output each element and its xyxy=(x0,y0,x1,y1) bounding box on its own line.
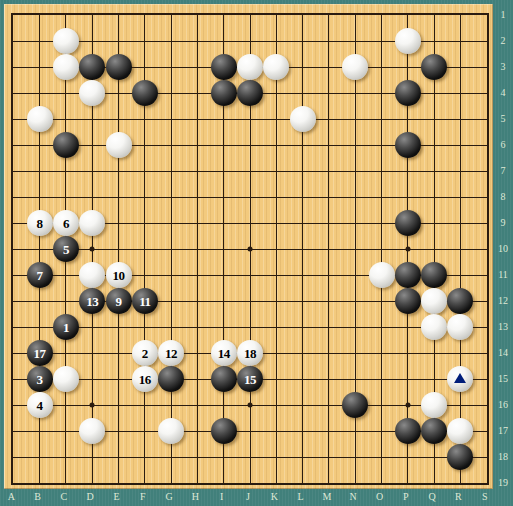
col-label-N: N xyxy=(350,492,357,502)
stone-black-I15[interactable] xyxy=(211,366,237,392)
stone-black-R12[interactable] xyxy=(447,288,473,314)
stone-black-Q11[interactable] xyxy=(421,262,447,288)
stone-black-B11[interactable]: 7 xyxy=(27,262,53,288)
row-label-17: 17 xyxy=(498,426,508,436)
col-label-A: A xyxy=(8,492,15,502)
stone-white-E11[interactable]: 10 xyxy=(106,262,132,288)
stone-black-C10[interactable]: 5 xyxy=(53,236,79,262)
stone-white-R17[interactable] xyxy=(447,418,473,444)
stone-black-C6[interactable] xyxy=(53,132,79,158)
stone-black-I4[interactable] xyxy=(211,80,237,106)
row-label-12: 12 xyxy=(498,296,508,306)
star-point xyxy=(405,247,410,252)
stone-black-I17[interactable] xyxy=(211,418,237,444)
col-label-O: O xyxy=(376,492,383,502)
move-number: 13 xyxy=(86,295,98,308)
row-label-8: 8 xyxy=(501,192,506,202)
stone-white-N3[interactable] xyxy=(342,54,368,80)
stone-white-C2[interactable] xyxy=(53,28,79,54)
stone-white-R13[interactable] xyxy=(447,314,473,340)
stone-white-E6[interactable] xyxy=(106,132,132,158)
move-number: 16 xyxy=(139,373,151,386)
move-number: 9 xyxy=(116,295,122,308)
stone-white-Q16[interactable] xyxy=(421,392,447,418)
stone-black-F12[interactable]: 11 xyxy=(132,288,158,314)
col-label-L: L xyxy=(298,492,304,502)
row-label-2: 2 xyxy=(501,36,506,46)
move-number: 4 xyxy=(37,399,43,412)
move-number: 2 xyxy=(142,347,148,360)
stone-black-Q17[interactable] xyxy=(421,418,447,444)
stone-black-D3[interactable] xyxy=(79,54,105,80)
stone-black-N16[interactable] xyxy=(342,392,368,418)
row-label-18: 18 xyxy=(498,452,508,462)
row-label-9: 9 xyxy=(501,218,506,228)
stone-black-P17[interactable] xyxy=(395,418,421,444)
stone-black-G15[interactable] xyxy=(158,366,184,392)
row-label-14: 14 xyxy=(498,348,508,358)
stone-black-P6[interactable] xyxy=(395,132,421,158)
stone-black-E12[interactable]: 9 xyxy=(106,288,132,314)
grid-line xyxy=(460,15,461,483)
col-label-P: P xyxy=(403,492,409,502)
move-number: 12 xyxy=(165,347,177,360)
go-board-frame: 865710139111172121418316154 123456789101… xyxy=(0,0,513,506)
col-label-I: I xyxy=(220,492,223,502)
star-point xyxy=(90,403,95,408)
star-point xyxy=(405,403,410,408)
row-label-7: 7 xyxy=(501,166,506,176)
stone-black-P11[interactable] xyxy=(395,262,421,288)
row-label-15: 15 xyxy=(498,374,508,384)
stone-black-R18[interactable] xyxy=(447,444,473,470)
row-label-19: 19 xyxy=(498,478,508,488)
stone-white-C3[interactable] xyxy=(53,54,79,80)
col-label-H: H xyxy=(192,492,199,502)
grid-line xyxy=(302,15,303,483)
grid-line xyxy=(13,457,486,458)
col-label-S: S xyxy=(482,492,488,502)
row-label-5: 5 xyxy=(501,114,506,124)
stone-black-Q3[interactable] xyxy=(421,54,447,80)
col-label-G: G xyxy=(165,492,172,502)
stone-black-I3[interactable] xyxy=(211,54,237,80)
stone-white-B16[interactable]: 4 xyxy=(27,392,53,418)
move-number: 18 xyxy=(244,347,256,360)
col-label-K: K xyxy=(271,492,278,502)
stone-black-F4[interactable] xyxy=(132,80,158,106)
stone-black-J15[interactable]: 15 xyxy=(237,366,263,392)
col-label-F: F xyxy=(140,492,146,502)
col-label-Q: Q xyxy=(428,492,435,502)
stone-white-J14[interactable]: 18 xyxy=(237,340,263,366)
stone-white-G17[interactable] xyxy=(158,418,184,444)
row-label-1: 1 xyxy=(501,10,506,20)
stone-white-B5[interactable] xyxy=(27,106,53,132)
row-label-6: 6 xyxy=(501,140,506,150)
move-number: 14 xyxy=(218,347,230,360)
col-label-D: D xyxy=(87,492,94,502)
row-label-10: 10 xyxy=(498,244,508,254)
col-label-M: M xyxy=(322,492,331,502)
stone-black-P9[interactable] xyxy=(395,210,421,236)
stone-black-P4[interactable] xyxy=(395,80,421,106)
stone-white-I14[interactable]: 14 xyxy=(211,340,237,366)
row-label-13: 13 xyxy=(498,322,508,332)
move-number: 6 xyxy=(63,217,69,230)
col-label-C: C xyxy=(61,492,68,502)
star-point xyxy=(90,247,95,252)
stone-white-K3[interactable] xyxy=(263,54,289,80)
star-point xyxy=(248,247,253,252)
move-number: 11 xyxy=(139,295,150,308)
stone-black-P12[interactable] xyxy=(395,288,421,314)
move-number: 3 xyxy=(37,373,43,386)
stone-white-F15[interactable]: 16 xyxy=(132,366,158,392)
stone-white-Q12[interactable] xyxy=(421,288,447,314)
stone-white-G14[interactable]: 12 xyxy=(158,340,184,366)
grid-line xyxy=(276,15,277,483)
stone-white-D17[interactable] xyxy=(79,418,105,444)
row-label-11: 11 xyxy=(498,270,508,280)
grid-line xyxy=(381,15,382,483)
stone-white-F14[interactable]: 2 xyxy=(132,340,158,366)
move-number: 8 xyxy=(37,217,43,230)
stone-white-L5[interactable] xyxy=(290,106,316,132)
stone-white-O11[interactable] xyxy=(369,262,395,288)
row-label-3: 3 xyxy=(501,62,506,72)
stone-black-B14[interactable]: 17 xyxy=(27,340,53,366)
stone-white-Q13[interactable] xyxy=(421,314,447,340)
stone-white-B9[interactable]: 8 xyxy=(27,210,53,236)
move-number: 17 xyxy=(34,347,46,360)
col-label-R: R xyxy=(455,492,462,502)
col-label-E: E xyxy=(113,492,119,502)
row-label-16: 16 xyxy=(498,400,508,410)
move-number: 10 xyxy=(113,269,125,282)
stone-black-E3[interactable] xyxy=(106,54,132,80)
stone-white-D4[interactable] xyxy=(79,80,105,106)
stone-black-B15[interactable]: 3 xyxy=(27,366,53,392)
stone-white-D9[interactable] xyxy=(79,210,105,236)
stone-white-C9[interactable]: 6 xyxy=(53,210,79,236)
move-number: 15 xyxy=(244,373,256,386)
move-number: 1 xyxy=(63,321,69,334)
stone-white-J3[interactable] xyxy=(237,54,263,80)
move-number: 7 xyxy=(37,269,43,282)
stone-white-P2[interactable] xyxy=(395,28,421,54)
stone-black-J4[interactable] xyxy=(237,80,263,106)
star-point xyxy=(248,403,253,408)
col-label-B: B xyxy=(34,492,41,502)
row-label-4: 4 xyxy=(501,88,506,98)
col-label-J: J xyxy=(246,492,250,502)
stone-black-C13[interactable]: 1 xyxy=(53,314,79,340)
triangle-marker xyxy=(454,373,466,383)
move-number: 5 xyxy=(63,243,69,256)
grid-line xyxy=(13,327,486,328)
stone-white-R15[interactable] xyxy=(447,366,473,392)
goban[interactable]: 865710139111172121418316154 xyxy=(4,4,493,489)
stone-white-D11[interactable] xyxy=(79,262,105,288)
grid-line xyxy=(328,15,329,483)
stone-black-D12[interactable]: 13 xyxy=(79,288,105,314)
stone-white-C15[interactable] xyxy=(53,366,79,392)
